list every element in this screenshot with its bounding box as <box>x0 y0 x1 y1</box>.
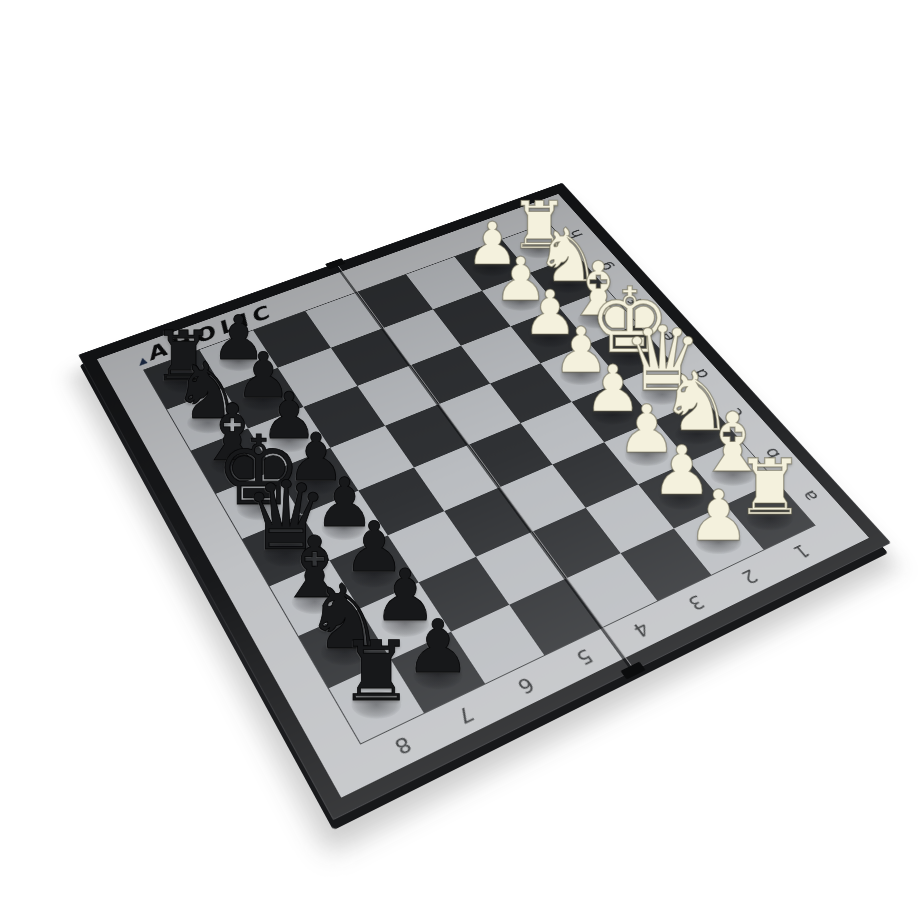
rank-label-4: 4 <box>605 596 677 663</box>
piece-white-pawn-a2[interactable]: ♟ <box>687 480 750 550</box>
piece-black-rook-a8[interactable]: ♜ <box>339 631 413 714</box>
fold-hinge-icon <box>325 258 346 270</box>
square-b5[interactable] <box>476 532 566 605</box>
product-photo-scene: abcdefgh12345678 ▲AHOLIC ♜♝♞♛♚♝♞♜♟♟♟♟♟♟♟… <box>0 0 920 920</box>
square-c4[interactable] <box>499 465 586 532</box>
rank-label-6: 6 <box>490 650 562 721</box>
square-a5[interactable] <box>509 579 601 656</box>
square-d5[interactable] <box>414 445 499 511</box>
square-c5[interactable] <box>444 487 531 556</box>
rank-label-7: 7 <box>429 679 501 752</box>
piece-black-pawn-a7[interactable]: ♟ <box>405 610 471 683</box>
rank-label-5: 5 <box>549 623 621 692</box>
rank-label-3: 3 <box>661 571 732 636</box>
square-a4[interactable] <box>566 553 657 627</box>
square-b4[interactable] <box>532 508 621 579</box>
